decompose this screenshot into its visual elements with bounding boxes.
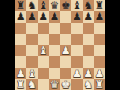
square-f4[interactable] (71, 45, 82, 56)
square-a7[interactable]: ♟ (15, 11, 26, 22)
square-e1[interactable]: ♚ (60, 79, 71, 90)
square-d4[interactable] (49, 45, 60, 56)
square-h3[interactable] (94, 56, 105, 67)
square-h4[interactable] (94, 45, 105, 56)
square-c3[interactable] (38, 56, 49, 67)
black-bishop[interactable]: ♝ (72, 0, 81, 11)
square-d2[interactable] (49, 68, 60, 79)
square-h1[interactable]: ♜ (94, 79, 105, 90)
black-pawn[interactable]: ♟ (16, 11, 25, 22)
square-b5[interactable] (26, 34, 37, 45)
square-d1[interactable]: ♛ (49, 79, 60, 90)
square-g5[interactable] (83, 34, 94, 45)
screen-background: ♜♞♝♛♚♝♞♜♟♟♟♟♟♟♟♝♟♟♝♟♟♟♜♞♛♚♞♜ (0, 0, 120, 90)
square-c4[interactable]: ♝ (38, 45, 49, 56)
black-knight[interactable]: ♞ (27, 0, 36, 11)
square-h8[interactable]: ♜ (94, 0, 105, 11)
square-a1[interactable]: ♜ (15, 79, 26, 90)
square-c7[interactable]: ♟ (38, 11, 49, 22)
white-rook[interactable]: ♜ (95, 79, 104, 90)
square-c1[interactable] (38, 79, 49, 90)
square-h7[interactable]: ♟ (94, 11, 105, 22)
black-queen[interactable]: ♛ (50, 0, 59, 11)
white-king[interactable]: ♚ (61, 79, 70, 90)
white-pawn[interactable]: ♟ (95, 68, 104, 79)
square-b7[interactable]: ♟ (26, 11, 37, 22)
black-pawn[interactable]: ♟ (95, 11, 104, 22)
black-pawn[interactable]: ♟ (72, 11, 81, 22)
square-b4[interactable] (26, 45, 37, 56)
white-bishop[interactable]: ♝ (38, 45, 47, 56)
square-b3[interactable] (26, 56, 37, 67)
square-c5[interactable] (38, 34, 49, 45)
square-e5[interactable] (60, 34, 71, 45)
white-pawn[interactable]: ♟ (16, 68, 25, 79)
square-g6[interactable] (83, 23, 94, 34)
square-c6[interactable] (38, 23, 49, 34)
square-h6[interactable] (94, 23, 105, 34)
square-a8[interactable]: ♜ (15, 0, 26, 11)
white-knight[interactable]: ♞ (83, 79, 92, 90)
black-pawn[interactable]: ♟ (83, 11, 92, 22)
square-d7[interactable]: ♟ (49, 11, 60, 22)
square-b8[interactable]: ♞ (26, 0, 37, 11)
square-c2[interactable] (38, 68, 49, 79)
square-g2[interactable]: ♟ (83, 68, 94, 79)
white-knight[interactable]: ♞ (27, 79, 36, 90)
square-d5[interactable] (49, 34, 60, 45)
square-d3[interactable] (49, 56, 60, 67)
white-pawn[interactable]: ♟ (83, 68, 92, 79)
square-g3[interactable] (83, 56, 94, 67)
square-f7[interactable]: ♟ (71, 11, 82, 22)
square-f1[interactable] (71, 79, 82, 90)
square-a6[interactable] (15, 23, 26, 34)
square-a5[interactable] (15, 34, 26, 45)
white-pawn[interactable]: ♟ (72, 68, 81, 79)
square-e4[interactable]: ♟ (60, 45, 71, 56)
square-b1[interactable]: ♞ (26, 79, 37, 90)
square-d6[interactable] (49, 23, 60, 34)
square-a4[interactable] (15, 45, 26, 56)
square-b6[interactable] (26, 23, 37, 34)
square-e7[interactable] (60, 11, 71, 22)
white-queen[interactable]: ♛ (50, 79, 59, 90)
square-e8[interactable]: ♚ (60, 0, 71, 11)
black-rook[interactable]: ♜ (16, 0, 25, 11)
square-g7[interactable]: ♟ (83, 11, 94, 22)
square-g4[interactable] (83, 45, 94, 56)
chess-board[interactable]: ♜♞♝♛♚♝♞♜♟♟♟♟♟♟♟♝♟♟♝♟♟♟♜♞♛♚♞♜ (15, 0, 105, 90)
square-e3[interactable] (60, 56, 71, 67)
white-bishop[interactable]: ♝ (27, 68, 36, 79)
square-b2[interactable]: ♝ (26, 68, 37, 79)
square-f5[interactable] (71, 34, 82, 45)
black-pawn[interactable]: ♟ (27, 11, 36, 22)
white-pawn[interactable]: ♟ (61, 45, 70, 56)
white-rook[interactable]: ♜ (16, 79, 25, 90)
black-pawn[interactable]: ♟ (38, 11, 47, 22)
square-a2[interactable]: ♟ (15, 68, 26, 79)
square-f6[interactable] (71, 23, 82, 34)
square-f3[interactable] (71, 56, 82, 67)
square-e2[interactable] (60, 68, 71, 79)
black-king[interactable]: ♚ (61, 0, 70, 11)
square-d8[interactable]: ♛ (49, 0, 60, 11)
black-bishop[interactable]: ♝ (38, 0, 47, 11)
black-knight[interactable]: ♞ (83, 0, 92, 11)
square-h5[interactable] (94, 34, 105, 45)
square-g1[interactable]: ♞ (83, 79, 94, 90)
square-g8[interactable]: ♞ (83, 0, 94, 11)
black-pawn[interactable]: ♟ (50, 11, 59, 22)
square-c8[interactable]: ♝ (38, 0, 49, 11)
square-e6[interactable] (60, 23, 71, 34)
square-a3[interactable] (15, 56, 26, 67)
black-rook[interactable]: ♜ (95, 0, 104, 11)
square-f2[interactable]: ♟ (71, 68, 82, 79)
square-f8[interactable]: ♝ (71, 0, 82, 11)
square-h2[interactable]: ♟ (94, 68, 105, 79)
